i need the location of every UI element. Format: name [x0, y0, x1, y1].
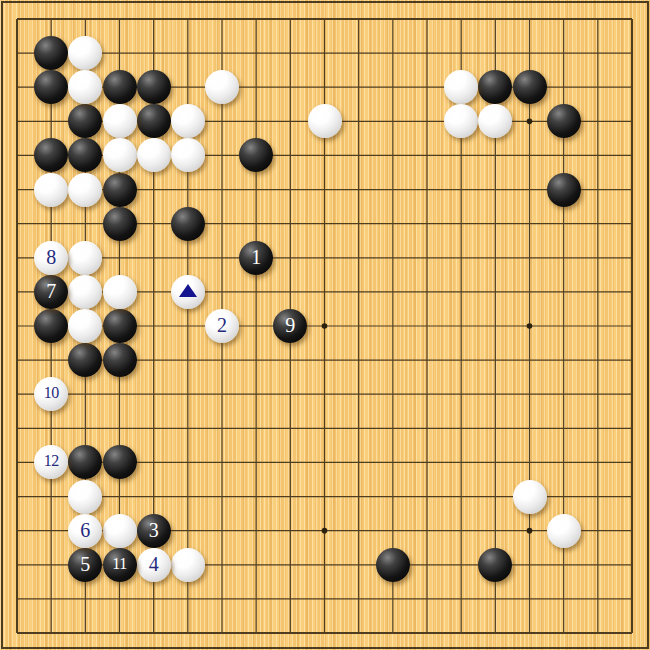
stone-black: 7: [34, 275, 68, 309]
stone-white: 4: [137, 548, 171, 582]
stone-black: [376, 548, 410, 582]
stone-black: [547, 104, 581, 138]
stone-white-marked: [171, 275, 205, 309]
stone-white: [68, 275, 102, 309]
move-number-label: 8: [46, 247, 56, 267]
stone-white: [68, 480, 102, 514]
move-number-label: 7: [46, 281, 56, 301]
stone-white: [513, 480, 547, 514]
stone-black: [103, 207, 137, 241]
move-number-label: 9: [285, 315, 295, 335]
stone-black: 3: [137, 514, 171, 548]
stone-white: [171, 104, 205, 138]
move-number-label: 12: [44, 453, 59, 469]
stone-white: [308, 104, 342, 138]
move-number-label: 3: [149, 520, 159, 540]
stone-black: [171, 207, 205, 241]
stone-white: 2: [205, 309, 239, 343]
stone-black: 5: [68, 548, 102, 582]
stone-white: [68, 241, 102, 275]
stone-black: [103, 343, 137, 377]
stone-white: [103, 138, 137, 172]
stone-white: [34, 173, 68, 207]
stone-white: [103, 514, 137, 548]
stone-black: [103, 173, 137, 207]
move-number-label: 1: [251, 247, 261, 267]
triangle-marker-icon: [179, 284, 197, 297]
move-number-label: 2: [217, 315, 227, 335]
stone-white: [137, 138, 171, 172]
stone-black: [137, 104, 171, 138]
move-number-label: 5: [80, 554, 90, 574]
stone-white: 8: [34, 241, 68, 275]
stone-white: [547, 514, 581, 548]
move-number-label: 6: [80, 520, 90, 540]
move-number-label: 4: [149, 554, 159, 574]
star-point: [322, 528, 328, 534]
stone-white: [205, 70, 239, 104]
stone-black: [513, 70, 547, 104]
go-board[interactable]: 123456789101112: [0, 0, 650, 650]
stone-black: 11: [103, 548, 137, 582]
stone-black: [103, 70, 137, 104]
stone-black: [478, 548, 512, 582]
star-point: [527, 119, 533, 125]
stone-black: [34, 309, 68, 343]
stone-black: [137, 70, 171, 104]
move-number-label: 10: [44, 385, 59, 401]
stone-white: [103, 275, 137, 309]
star-point: [322, 323, 328, 329]
stone-white: [171, 548, 205, 582]
stone-black: [103, 309, 137, 343]
stone-white: 6: [68, 514, 102, 548]
move-number-label: 11: [112, 556, 126, 572]
stone-black: [547, 173, 581, 207]
stone-white: [68, 173, 102, 207]
stone-black: [103, 445, 137, 479]
star-point: [527, 528, 533, 534]
stone-black: 1: [239, 241, 273, 275]
stone-white: [103, 104, 137, 138]
star-point: [527, 323, 533, 329]
